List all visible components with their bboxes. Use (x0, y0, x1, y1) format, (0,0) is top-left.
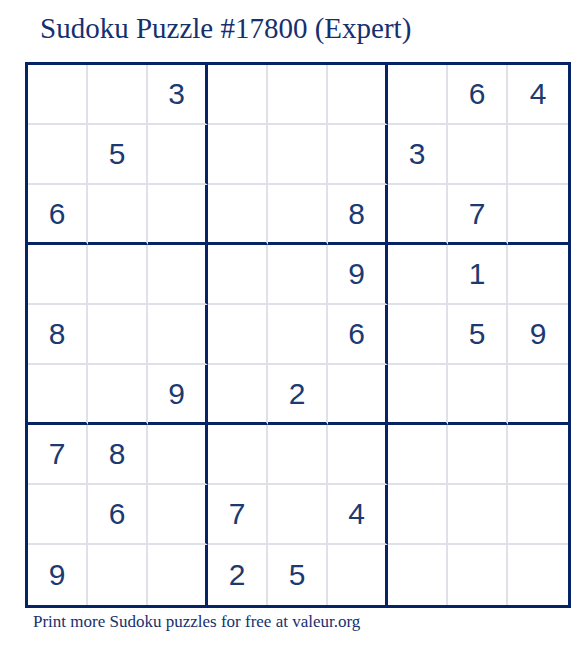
sudoku-board: 364536879186599278674925 (25, 62, 571, 608)
cell-r5c8[interactable]: 5 (448, 305, 508, 365)
cell-r8c1[interactable] (28, 485, 88, 545)
cell-r3c2[interactable] (88, 185, 148, 245)
cell-r6c6[interactable] (328, 365, 388, 425)
cell-r1c1[interactable] (28, 65, 88, 125)
cell-r2c1[interactable] (28, 125, 88, 185)
cell-r7c5[interactable] (268, 425, 328, 485)
cell-r7c4[interactable] (208, 425, 268, 485)
cell-r3c5[interactable] (268, 185, 328, 245)
cell-r7c2[interactable]: 8 (88, 425, 148, 485)
footer-text: Print more Sudoku puzzles for free at va… (33, 612, 360, 632)
cell-r8c9[interactable] (508, 485, 568, 545)
cell-r7c7[interactable] (388, 425, 448, 485)
cell-r9c1[interactable]: 9 (28, 545, 88, 605)
cell-r9c4[interactable]: 2 (208, 545, 268, 605)
cell-r6c1[interactable] (28, 365, 88, 425)
cell-r4c8[interactable]: 1 (448, 245, 508, 305)
cell-r2c3[interactable] (148, 125, 208, 185)
cell-r4c3[interactable] (148, 245, 208, 305)
cell-r6c4[interactable] (208, 365, 268, 425)
cell-r4c4[interactable] (208, 245, 268, 305)
cell-r2c4[interactable] (208, 125, 268, 185)
cell-r7c9[interactable] (508, 425, 568, 485)
cell-r8c6[interactable]: 4 (328, 485, 388, 545)
cell-r8c8[interactable] (448, 485, 508, 545)
cell-r8c7[interactable] (388, 485, 448, 545)
cell-r6c2[interactable] (88, 365, 148, 425)
cell-r7c8[interactable] (448, 425, 508, 485)
cell-r1c8[interactable]: 6 (448, 65, 508, 125)
page-title: Sudoku Puzzle #17800 (Expert) (40, 12, 411, 45)
cell-r8c3[interactable] (148, 485, 208, 545)
cell-r9c3[interactable] (148, 545, 208, 605)
cell-r9c6[interactable] (328, 545, 388, 605)
cell-r4c7[interactable] (388, 245, 448, 305)
cell-r8c4[interactable]: 7 (208, 485, 268, 545)
cell-r7c1[interactable]: 7 (28, 425, 88, 485)
cell-r3c7[interactable] (388, 185, 448, 245)
cell-r3c8[interactable]: 7 (448, 185, 508, 245)
cell-r5c9[interactable]: 9 (508, 305, 568, 365)
cell-r2c5[interactable] (268, 125, 328, 185)
cell-r6c3[interactable]: 9 (148, 365, 208, 425)
cell-r6c8[interactable] (448, 365, 508, 425)
cell-r1c3[interactable]: 3 (148, 65, 208, 125)
cell-r9c7[interactable] (388, 545, 448, 605)
cell-r5c7[interactable] (388, 305, 448, 365)
sudoku-page: Sudoku Puzzle #17800 (Expert) 3645368791… (0, 0, 580, 651)
cell-r5c3[interactable] (148, 305, 208, 365)
cell-r5c1[interactable]: 8 (28, 305, 88, 365)
cell-r4c6[interactable]: 9 (328, 245, 388, 305)
cell-r9c8[interactable] (448, 545, 508, 605)
cell-r6c5[interactable]: 2 (268, 365, 328, 425)
cell-r4c9[interactable] (508, 245, 568, 305)
cell-r1c6[interactable] (328, 65, 388, 125)
cell-r9c9[interactable] (508, 545, 568, 605)
cell-r1c5[interactable] (268, 65, 328, 125)
cell-r3c4[interactable] (208, 185, 268, 245)
cell-r9c5[interactable]: 5 (268, 545, 328, 605)
cell-r6c9[interactable] (508, 365, 568, 425)
cell-r5c5[interactable] (268, 305, 328, 365)
cell-r6c7[interactable] (388, 365, 448, 425)
cell-r5c6[interactable]: 6 (328, 305, 388, 365)
cell-r1c9[interactable]: 4 (508, 65, 568, 125)
cell-r3c6[interactable]: 8 (328, 185, 388, 245)
cell-r1c7[interactable] (388, 65, 448, 125)
cell-r2c8[interactable] (448, 125, 508, 185)
cell-r3c3[interactable] (148, 185, 208, 245)
cell-r7c3[interactable] (148, 425, 208, 485)
cell-r8c5[interactable] (268, 485, 328, 545)
cell-r8c2[interactable]: 6 (88, 485, 148, 545)
cell-r2c2[interactable]: 5 (88, 125, 148, 185)
cell-r3c9[interactable] (508, 185, 568, 245)
cell-r2c9[interactable] (508, 125, 568, 185)
cell-r5c4[interactable] (208, 305, 268, 365)
cell-r4c1[interactable] (28, 245, 88, 305)
cell-r3c1[interactable]: 6 (28, 185, 88, 245)
cell-r2c7[interactable]: 3 (388, 125, 448, 185)
cell-r2c6[interactable] (328, 125, 388, 185)
cell-r4c2[interactable] (88, 245, 148, 305)
cell-r1c4[interactable] (208, 65, 268, 125)
cell-r9c2[interactable] (88, 545, 148, 605)
cell-r7c6[interactable] (328, 425, 388, 485)
cell-r4c5[interactable] (268, 245, 328, 305)
cell-r5c2[interactable] (88, 305, 148, 365)
cell-r1c2[interactable] (88, 65, 148, 125)
